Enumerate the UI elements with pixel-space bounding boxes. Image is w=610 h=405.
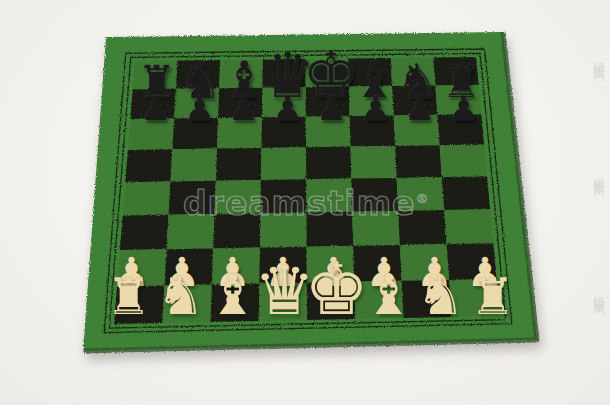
square-a6 <box>128 119 174 150</box>
square-b2 <box>164 248 213 285</box>
square-a4 <box>123 182 171 216</box>
square-h3 <box>444 209 493 244</box>
square-f2 <box>353 245 402 282</box>
square-f6 <box>350 116 395 147</box>
square-h8 <box>433 57 478 86</box>
square-a1 <box>114 286 164 325</box>
square-f8 <box>348 58 392 87</box>
square-c8 <box>219 60 263 89</box>
square-e5 <box>306 147 351 180</box>
square-e1 <box>307 282 356 320</box>
square-d6 <box>262 117 307 148</box>
square-b5 <box>171 149 218 182</box>
square-a3 <box>120 215 169 250</box>
square-h7 <box>435 85 481 115</box>
square-g5 <box>395 145 442 178</box>
square-h4 <box>442 176 490 210</box>
watermark-dreamstime: dreamstime® <box>183 184 429 223</box>
square-c2 <box>212 248 260 285</box>
square-h2 <box>447 243 497 280</box>
square-f1 <box>354 281 403 319</box>
square-g8 <box>391 58 436 87</box>
watermark-side-top: 摄图网 <box>590 52 607 64</box>
square-a8 <box>133 61 178 90</box>
square-e6 <box>306 116 351 147</box>
square-a7 <box>130 89 176 119</box>
square-c1 <box>211 284 260 322</box>
stock-photo-scene: ♜♞♝♛♚♝♞♜♟♟♟♟♟♟♟♟♟♟♟♟♟♟♟♟♜♞♝♛♚♝♞♜ dreamst… <box>0 0 610 405</box>
square-c5 <box>216 148 262 181</box>
square-a2 <box>117 249 167 286</box>
square-c7 <box>218 88 262 118</box>
square-d8 <box>262 59 305 88</box>
watermark-side-bottom: 摄图网 <box>590 286 607 298</box>
square-d2 <box>259 247 307 284</box>
watermark-side-middle: 摄图网 <box>590 168 607 180</box>
square-a5 <box>125 149 172 182</box>
square-d1 <box>259 283 307 321</box>
square-g7 <box>392 86 437 116</box>
square-h1 <box>449 279 500 317</box>
square-f5 <box>351 146 397 179</box>
square-g6 <box>394 115 440 146</box>
square-f7 <box>349 86 394 116</box>
square-b7 <box>174 88 219 118</box>
square-b6 <box>172 118 218 149</box>
square-h5 <box>440 145 488 178</box>
square-b8 <box>176 60 220 89</box>
watermark-dreamstime-text: dreamstime <box>183 184 415 223</box>
square-b1 <box>162 285 212 324</box>
square-h6 <box>437 114 484 145</box>
square-g2 <box>400 244 449 281</box>
square-e2 <box>307 246 355 283</box>
square-c6 <box>217 117 262 148</box>
square-d7 <box>262 87 306 117</box>
square-d5 <box>261 147 306 180</box>
registered-mark-icon: ® <box>415 191 429 206</box>
square-g1 <box>402 280 452 318</box>
square-e7 <box>306 87 350 117</box>
square-e8 <box>306 59 349 88</box>
